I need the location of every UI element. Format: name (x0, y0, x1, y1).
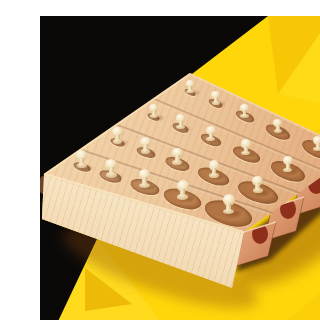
knob-base (77, 163, 88, 168)
knob-base (240, 114, 248, 118)
knobbed-cylinder[interactable] (75, 150, 89, 168)
knob-base (212, 101, 220, 105)
knob-base (206, 137, 215, 141)
knobbed-cylinder[interactable] (312, 136, 320, 150)
knobbed-cylinder[interactable] (239, 104, 250, 118)
knobbed-cylinder[interactable] (137, 169, 151, 188)
knobbed-cylinder[interactable] (207, 160, 220, 177)
knob-base (141, 149, 151, 154)
knobbed-cylinder[interactable] (111, 127, 123, 143)
knob-base (223, 209, 234, 214)
knob-base (172, 160, 182, 165)
knobbed-cylinder[interactable] (221, 194, 236, 214)
knobbed-cylinder[interactable] (175, 114, 186, 129)
knob-base (241, 151, 250, 155)
knob-base (176, 125, 185, 129)
knobbed-cylinder[interactable] (175, 180, 190, 199)
knob-base (186, 90, 194, 94)
knob-base (177, 194, 188, 199)
knob-base (139, 183, 150, 188)
knob-base (106, 172, 117, 177)
knobbed-cylinder[interactable] (251, 176, 264, 194)
product-photo[interactable] (40, 16, 320, 320)
knobbed-cylinder[interactable] (171, 148, 184, 165)
knobbed-cylinder[interactable] (282, 156, 294, 172)
knobbed-cylinder[interactable] (185, 80, 195, 93)
knobbed-cylinder[interactable] (148, 104, 159, 119)
knob-base (253, 188, 263, 193)
knob-base (313, 147, 320, 151)
knobbed-cylinder[interactable] (205, 126, 217, 141)
knob-base (274, 129, 282, 133)
knobbed-cylinder[interactable] (211, 91, 221, 105)
knob-base (150, 114, 159, 118)
knobbed-cylinder[interactable] (272, 119, 283, 133)
knob-base (283, 168, 292, 172)
knobbed-cylinder[interactable] (139, 137, 152, 154)
knob-base (113, 139, 123, 143)
knobbed-cylinder[interactable] (240, 139, 252, 155)
knob-base (209, 173, 219, 178)
knobbed-cylinder[interactable] (104, 159, 118, 177)
